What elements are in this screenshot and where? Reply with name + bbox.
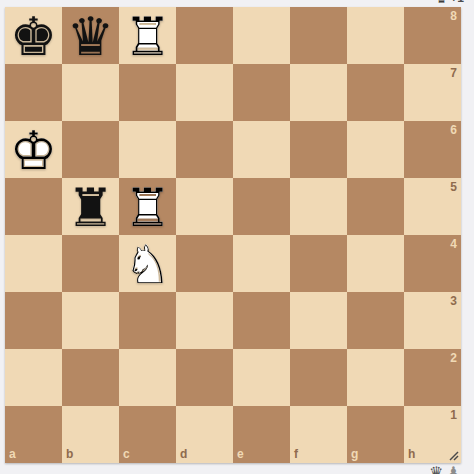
square-f7[interactable] [290,64,347,121]
white-rook[interactable]: ♜♖ [119,7,176,64]
square-e7[interactable] [233,64,290,121]
captured-piece-icon: ♛ [436,0,448,6]
square-f1[interactable]: f [290,406,347,463]
square-h6[interactable]: 6 [404,121,461,178]
square-a7[interactable] [5,64,62,121]
rank-label-6: 6 [450,124,457,136]
square-e3[interactable] [233,292,290,349]
square-f2[interactable] [290,349,347,406]
material-advantage-value: +1 [450,0,464,5]
square-g3[interactable] [347,292,404,349]
rank-label-1: 1 [450,409,457,421]
captured-pawn-icon[interactable]: ♟ [446,464,460,474]
black-king[interactable]: ♚ [5,7,62,64]
square-b3[interactable] [62,292,119,349]
material-advantage-indicator: ♛ +1 [436,0,464,6]
square-h3[interactable]: 3 [404,292,461,349]
square-g5[interactable] [347,178,404,235]
file-label-f: f [294,448,298,460]
square-e8[interactable] [233,7,290,64]
rank-label-7: 7 [450,67,457,79]
square-f5[interactable] [290,178,347,235]
square-g1[interactable]: g [347,406,404,463]
white-knight[interactable]: ♞♘ [119,235,176,292]
square-g8[interactable] [347,7,404,64]
rank-label-3: 3 [450,295,457,307]
square-e5[interactable] [233,178,290,235]
square-d8[interactable] [176,7,233,64]
square-d4[interactable] [176,235,233,292]
rank-label-2: 2 [450,352,457,364]
white-rook[interactable]: ♜♖ [119,178,176,235]
square-h2[interactable]: 2 [404,349,461,406]
file-label-b: b [66,448,73,460]
file-label-g: g [351,448,358,460]
captured-queen-icon[interactable]: ♛ [429,464,443,474]
file-label-a: a [9,448,16,460]
black-rook[interactable]: ♜ [62,178,119,235]
square-a6[interactable]: ♚♔ [5,121,62,178]
square-d1[interactable]: d [176,406,233,463]
square-b8[interactable]: ♛ [62,7,119,64]
square-b5[interactable]: ♜ [62,178,119,235]
square-c5[interactable]: ♜♖ [119,178,176,235]
square-c4[interactable]: ♞♘ [119,235,176,292]
square-a2[interactable] [5,349,62,406]
white-king[interactable]: ♚♔ [5,121,62,178]
square-c6[interactable] [119,121,176,178]
square-e4[interactable] [233,235,290,292]
black-queen[interactable]: ♛ [62,7,119,64]
square-g6[interactable] [347,121,404,178]
square-b1[interactable]: b [62,406,119,463]
file-label-c: c [123,448,130,460]
square-a5[interactable] [5,178,62,235]
rank-label-4: 4 [450,238,457,250]
board-resize-handle[interactable] [447,449,459,461]
square-a8[interactable]: ♚ [5,7,62,64]
square-h1[interactable]: h1 [404,406,461,463]
square-c3[interactable] [119,292,176,349]
square-f3[interactable] [290,292,347,349]
square-c2[interactable] [119,349,176,406]
rank-label-5: 5 [450,181,457,193]
square-b6[interactable] [62,121,119,178]
square-f8[interactable] [290,7,347,64]
rank-label-8: 8 [450,10,457,22]
square-d2[interactable] [176,349,233,406]
bottom-icon-strip[interactable]: ♛ ♟ [429,464,461,474]
square-h5[interactable]: 5 [404,178,461,235]
square-g2[interactable] [347,349,404,406]
square-b2[interactable] [62,349,119,406]
square-d3[interactable] [176,292,233,349]
square-d7[interactable] [176,64,233,121]
square-a3[interactable] [5,292,62,349]
square-a1[interactable]: a [5,406,62,463]
square-e2[interactable] [233,349,290,406]
square-e6[interactable] [233,121,290,178]
square-h4[interactable]: 4 [404,235,461,292]
square-c8[interactable]: ♜♖ [119,7,176,64]
square-b7[interactable] [62,64,119,121]
square-e1[interactable]: e [233,406,290,463]
square-d6[interactable] [176,121,233,178]
square-h7[interactable]: 7 [404,64,461,121]
chess-board[interactable]: ♚♛♜♖87♚♔6♜♜♖5♞♘432abcdefgh1 [5,7,461,463]
square-d5[interactable] [176,178,233,235]
square-f6[interactable] [290,121,347,178]
square-c1[interactable]: c [119,406,176,463]
square-h8[interactable]: 8 [404,7,461,64]
square-f4[interactable] [290,235,347,292]
square-g4[interactable] [347,235,404,292]
file-label-d: d [180,448,187,460]
square-a4[interactable] [5,235,62,292]
file-label-h: h [408,448,415,460]
square-b4[interactable] [62,235,119,292]
file-label-e: e [237,448,244,460]
square-g7[interactable] [347,64,404,121]
square-c7[interactable] [119,64,176,121]
